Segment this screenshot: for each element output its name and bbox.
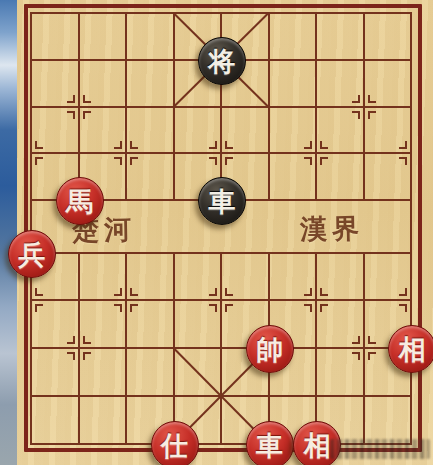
red-chariot[interactable]: 車 <box>246 421 294 465</box>
red-general[interactable]: 帥 <box>246 325 294 373</box>
pieces-layer: 将車馬兵帥相仕車相 <box>0 0 433 465</box>
watermark-smudge <box>330 439 430 459</box>
black-chariot[interactable]: 車 <box>198 177 246 225</box>
red-elephant[interactable]: 相 <box>388 325 433 373</box>
black-general[interactable]: 将 <box>198 37 246 85</box>
red-advisor[interactable]: 仕 <box>151 421 199 465</box>
xiangqi-app-screen: 楚河 漢界 将車馬兵帥相仕車相 <box>0 0 433 465</box>
red-soldier[interactable]: 兵 <box>8 230 56 278</box>
red-horse[interactable]: 馬 <box>56 177 104 225</box>
